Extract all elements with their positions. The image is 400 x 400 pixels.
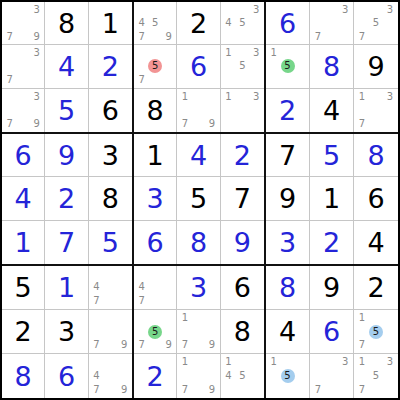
cell-r6c6[interactable]: 9	[221, 221, 264, 264]
candidate-4: 4	[135, 281, 148, 295]
highlighted-candidate-5-green: 5	[281, 59, 295, 73]
candidates: 357	[355, 3, 397, 43]
solved-digit: 1	[2, 221, 44, 264]
cell-r1c6[interactable]: 345	[221, 2, 264, 45]
candidate-9: 9	[205, 338, 218, 352]
highlighted-candidate-5-blue: 5	[281, 369, 295, 383]
candidates: 1357	[355, 355, 397, 397]
cell-r1c7[interactable]: 6	[266, 2, 310, 45]
given-digit: 9	[310, 266, 353, 309]
cell-r8c8[interactable]: 6	[310, 310, 354, 354]
solved-digit: 3	[266, 221, 309, 264]
candidates: 345	[222, 3, 263, 43]
highlighted-candidate-5-green: 5	[148, 325, 162, 339]
cell-r3c6[interactable]: 13	[221, 89, 264, 132]
cell-r8c7[interactable]: 4	[266, 310, 310, 354]
solved-digit: 8	[177, 221, 219, 264]
candidate-3: 3	[249, 46, 263, 59]
candidate-cell: 5	[281, 59, 295, 73]
candidates: 579	[135, 311, 175, 352]
given-digit: 3	[45, 310, 87, 353]
cell-r6c2[interactable]: 7	[45, 221, 88, 264]
solved-digit: 8	[354, 134, 398, 176]
cell-r9c3[interactable]: 479	[89, 354, 132, 398]
cell-r2c6[interactable]: 135	[221, 45, 264, 88]
candidate-1: 1	[355, 90, 369, 104]
cell-r3c4[interactable]: 8	[134, 89, 177, 132]
cell-r3c3[interactable]: 6	[89, 89, 132, 132]
cell-r5c5[interactable]: 5	[177, 177, 220, 220]
candidate-7: 7	[311, 383, 325, 397]
cell-r1c5[interactable]: 2	[177, 2, 220, 45]
candidate-cell: 5	[281, 369, 295, 383]
candidates: 179	[178, 90, 218, 131]
cell-r3c9[interactable]: 137	[354, 89, 398, 132]
given-digit: 2	[354, 266, 398, 309]
cell-r4c9[interactable]: 8	[354, 134, 398, 177]
candidates: 157	[355, 311, 397, 352]
cell-r2c3[interactable]: 2	[89, 45, 132, 88]
given-digit: 8	[45, 2, 87, 44]
solved-digit: 8	[2, 354, 44, 398]
solved-digit: 2	[45, 177, 87, 219]
solved-digit: 9	[45, 134, 87, 176]
candidate-1: 1	[222, 46, 236, 59]
given-digit: 6	[354, 177, 398, 219]
candidate-7: 7	[311, 30, 325, 43]
given-digit: 7	[266, 134, 309, 176]
cell-r5c6[interactable]: 7	[221, 177, 264, 220]
solved-digit: 6	[310, 310, 353, 353]
cell-r4c3[interactable]: 3	[89, 134, 132, 177]
given-digit: 8	[134, 89, 176, 132]
solved-digit: 4	[2, 177, 44, 219]
cell-r5c1[interactable]: 4	[2, 177, 45, 220]
cell-r2c8[interactable]: 8	[310, 45, 354, 88]
candidate-7: 7	[355, 117, 369, 131]
solved-digit: 4	[45, 45, 87, 87]
candidates: 37	[3, 46, 43, 86]
cell-r6c4[interactable]: 6	[134, 221, 177, 264]
cell-r4c8[interactable]: 5	[310, 134, 354, 177]
candidates: 379	[3, 3, 43, 43]
solved-digit: 2	[221, 134, 264, 176]
solved-digit: 5	[89, 221, 132, 264]
box-3-2: 473657917982179145	[134, 266, 266, 398]
candidate-4: 4	[90, 369, 104, 383]
candidate-cell: 5	[369, 325, 383, 339]
given-digit: 6	[89, 89, 132, 132]
cell-r4c4[interactable]: 1	[134, 134, 177, 177]
candidate-9: 9	[117, 383, 131, 397]
candidates: 137	[355, 90, 397, 131]
highlighted-candidate-5-red: 5	[148, 59, 162, 73]
candidates: 379	[3, 90, 43, 131]
candidates: 79	[90, 311, 131, 352]
candidate-3: 3	[30, 46, 43, 59]
candidate-1: 1	[355, 355, 369, 369]
solved-digit: 3	[177, 266, 219, 309]
candidates: 135	[222, 46, 263, 86]
cell-r8c4[interactable]: 579	[134, 310, 177, 354]
candidate-3: 3	[338, 355, 352, 369]
candidate-1: 1	[355, 311, 369, 325]
candidate-5: 5	[369, 16, 383, 29]
cell-r7c4[interactable]: 47	[134, 266, 177, 310]
cell-r3c5[interactable]: 179	[177, 89, 220, 132]
candidates: 37	[311, 3, 352, 43]
candidate-9: 9	[30, 30, 43, 43]
cell-r2c2[interactable]: 4	[45, 45, 88, 88]
cell-r1c3[interactable]: 1	[89, 2, 132, 45]
cell-r8c3[interactable]: 79	[89, 310, 132, 354]
candidate-cell: 5	[148, 59, 162, 73]
cell-r7c9[interactable]: 2	[354, 266, 398, 310]
given-digit: 6	[221, 266, 264, 309]
cell-r8c2[interactable]: 3	[45, 310, 88, 354]
candidate-7: 7	[135, 73, 148, 86]
candidate-9: 9	[162, 339, 175, 353]
cell-r3c1[interactable]: 379	[2, 89, 45, 132]
cell-r1c4[interactable]: 4579	[134, 2, 177, 45]
solved-digit: 3	[134, 177, 176, 219]
given-digit: 5	[177, 177, 219, 219]
cell-r6c1[interactable]: 1	[2, 221, 45, 264]
candidate-7: 7	[90, 294, 104, 308]
candidates: 47	[135, 267, 175, 308]
candidate-7: 7	[90, 338, 104, 352]
candidate-5: 5	[235, 16, 249, 29]
cell-r2c9[interactable]: 9	[354, 45, 398, 88]
solved-digit: 9	[221, 221, 264, 264]
cell-r8c6[interactable]: 8	[221, 310, 264, 354]
cell-r4c7[interactable]: 7	[266, 134, 310, 177]
cell-r9c2[interactable]: 6	[45, 354, 88, 398]
candidates: 13	[222, 90, 263, 131]
solved-digit: 5	[45, 89, 87, 132]
candidate-4: 4	[222, 369, 236, 383]
solved-digit: 6	[45, 354, 87, 398]
candidate-7: 7	[90, 383, 104, 397]
cell-r7c2[interactable]: 1	[45, 266, 88, 310]
solved-digit: 6	[266, 2, 309, 44]
cell-r1c2[interactable]: 8	[45, 2, 88, 45]
cell-r2c1[interactable]: 37	[2, 45, 45, 88]
cell-r5c7[interactable]: 9	[266, 177, 310, 220]
given-digit: 4	[354, 221, 398, 264]
cell-r7c5[interactable]: 3	[177, 266, 220, 310]
candidate-7: 7	[355, 383, 369, 397]
box-3-3: 8924615715371357	[266, 266, 398, 398]
cell-r3c2[interactable]: 5	[45, 89, 88, 132]
given-digit: 1	[89, 2, 132, 44]
candidate-3: 3	[30, 90, 43, 104]
solved-digit: 2	[310, 221, 353, 264]
candidate-1: 1	[178, 355, 191, 369]
solved-digit: 8	[310, 45, 353, 87]
candidate-7: 7	[3, 117, 16, 131]
given-digit: 4	[310, 89, 353, 132]
solved-digit: 2	[89, 45, 132, 87]
candidate-7: 7	[3, 30, 16, 43]
solved-digit: 2	[266, 89, 309, 132]
given-digit: 2	[2, 310, 44, 353]
candidate-7: 7	[178, 117, 191, 131]
candidate-3: 3	[338, 3, 352, 16]
candidate-1: 1	[222, 355, 236, 369]
cell-r5c9[interactable]: 6	[354, 177, 398, 220]
solved-digit: 6	[2, 134, 44, 176]
candidate-7: 7	[178, 338, 191, 352]
cell-r5c2[interactable]: 2	[45, 177, 88, 220]
candidates: 179	[178, 311, 218, 352]
candidates: 57	[135, 46, 175, 86]
box-2-1: 693428175	[2, 134, 134, 266]
cell-r8c9[interactable]: 157	[354, 310, 398, 354]
box-1-2: 45792345576135817913	[134, 2, 266, 134]
candidate-9: 9	[30, 117, 43, 131]
cell-r9c9[interactable]: 1357	[354, 354, 398, 398]
candidate-7: 7	[135, 30, 148, 43]
cell-r9c8[interactable]: 37	[310, 354, 354, 398]
cell-r7c7[interactable]: 8	[266, 266, 310, 310]
highlighted-candidate-5-blue: 5	[369, 325, 383, 339]
candidates: 179	[178, 355, 218, 397]
given-digit: 8	[221, 310, 264, 353]
cell-r5c4[interactable]: 3	[134, 177, 177, 220]
candidate-3: 3	[30, 3, 43, 16]
candidate-4: 4	[90, 281, 104, 295]
candidates: 47	[90, 267, 131, 308]
cell-r5c8[interactable]: 1	[310, 177, 354, 220]
candidate-5: 5	[235, 60, 249, 73]
cell-r9c7[interactable]: 15	[266, 354, 310, 398]
candidate-9: 9	[205, 117, 218, 131]
given-digit: 9	[266, 177, 309, 219]
candidate-7: 7	[355, 30, 369, 43]
cell-r8c5[interactable]: 179	[177, 310, 220, 354]
candidates: 479	[90, 355, 131, 397]
candidate-7: 7	[355, 339, 369, 353]
cell-r4c2[interactable]: 9	[45, 134, 88, 177]
solved-digit: 6	[134, 221, 176, 264]
given-digit: 2	[177, 2, 219, 44]
candidate-3: 3	[249, 3, 263, 16]
box-1-1: 37981374237956	[2, 2, 134, 134]
solved-digit: 7	[45, 221, 87, 264]
candidate-cell: 5	[148, 325, 162, 339]
candidate-7: 7	[3, 73, 16, 86]
candidate-7: 7	[135, 294, 148, 308]
cell-r6c8[interactable]: 2	[310, 221, 354, 264]
candidates: 37	[311, 355, 352, 397]
cell-r5c3[interactable]: 8	[89, 177, 132, 220]
candidate-5: 5	[369, 369, 383, 383]
cell-r9c5[interactable]: 179	[177, 354, 220, 398]
solved-digit: 1	[45, 266, 87, 309]
candidate-7: 7	[135, 339, 148, 353]
cell-r9c4[interactable]: 2	[134, 354, 177, 398]
box-2-2: 142357689	[134, 134, 266, 266]
candidates: 4579	[135, 3, 175, 43]
candidates: 15	[267, 355, 308, 397]
cell-r3c8[interactable]: 4	[310, 89, 354, 132]
solved-digit: 8	[266, 266, 309, 309]
given-digit: 4	[266, 310, 309, 353]
cell-r7c1[interactable]: 5	[2, 266, 45, 310]
given-digit: 8	[89, 177, 132, 219]
candidates: 15	[267, 46, 308, 86]
given-digit: 9	[354, 45, 398, 87]
candidate-3: 3	[383, 355, 397, 369]
candidates: 145	[222, 355, 263, 397]
candidate-1: 1	[267, 355, 281, 369]
candidate-5: 5	[235, 369, 249, 383]
given-digit: 7	[221, 177, 264, 219]
cell-r9c1[interactable]: 8	[2, 354, 45, 398]
candidate-7: 7	[178, 383, 191, 397]
cell-r1c8[interactable]: 37	[310, 2, 354, 45]
sudoku-board: 3798137423795645792345576135817913637357…	[0, 0, 400, 400]
box-1-3: 637357158924137	[266, 2, 398, 134]
candidate-3: 3	[249, 90, 263, 104]
solved-digit: 4	[177, 134, 219, 176]
candidate-3: 3	[383, 3, 397, 16]
cell-r6c3[interactable]: 5	[89, 221, 132, 264]
candidate-4: 4	[135, 16, 148, 29]
candidate-1: 1	[178, 90, 191, 104]
cell-r3c7[interactable]: 2	[266, 89, 310, 132]
candidate-1: 1	[222, 90, 236, 104]
box-3-1: 5147237986479	[2, 266, 134, 398]
cell-r2c7[interactable]: 15	[266, 45, 310, 88]
candidate-1: 1	[178, 311, 191, 325]
cell-r8c1[interactable]: 2	[2, 310, 45, 354]
candidate-9: 9	[162, 30, 175, 43]
cell-r6c7[interactable]: 3	[266, 221, 310, 264]
candidate-4: 4	[222, 16, 236, 29]
cell-r1c1[interactable]: 379	[2, 2, 45, 45]
candidate-5: 5	[148, 16, 161, 29]
given-digit: 1	[134, 134, 176, 176]
cell-r7c3[interactable]: 47	[89, 266, 132, 310]
candidate-9: 9	[117, 338, 131, 352]
candidate-1: 1	[267, 46, 281, 59]
cell-r4c1[interactable]: 6	[2, 134, 45, 177]
solved-digit: 6	[177, 45, 219, 87]
cell-r7c6[interactable]: 6	[221, 266, 264, 310]
candidate-9: 9	[205, 383, 218, 397]
cell-r1c9[interactable]: 357	[354, 2, 398, 45]
cell-r4c5[interactable]: 4	[177, 134, 220, 177]
cell-r2c5[interactable]: 6	[177, 45, 220, 88]
box-2-3: 758916324	[266, 134, 398, 266]
cell-r6c5[interactable]: 8	[177, 221, 220, 264]
cell-r6c9[interactable]: 4	[354, 221, 398, 264]
cell-r4c6[interactable]: 2	[221, 134, 264, 177]
cell-r9c6[interactable]: 145	[221, 354, 264, 398]
solved-digit: 5	[310, 134, 353, 176]
given-digit: 1	[310, 177, 353, 219]
solved-digit: 2	[134, 354, 176, 398]
given-digit: 3	[89, 134, 132, 176]
cell-r7c8[interactable]: 9	[310, 266, 354, 310]
given-digit: 5	[2, 266, 44, 309]
candidate-3: 3	[383, 90, 397, 104]
cell-r2c4[interactable]: 57	[134, 45, 177, 88]
